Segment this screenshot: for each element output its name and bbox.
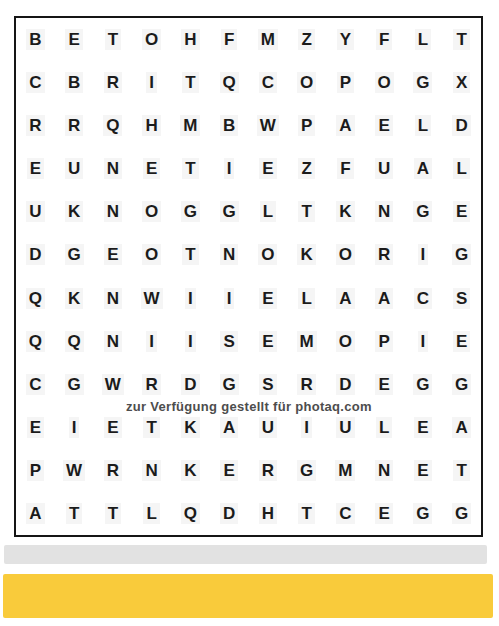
cell-r5c4: O bbox=[132, 190, 171, 233]
cell-r12c3: T bbox=[94, 492, 133, 535]
cell-r4c6: I bbox=[210, 147, 249, 190]
letter: Q bbox=[26, 288, 45, 309]
letter: T bbox=[298, 201, 314, 222]
letter: E bbox=[453, 331, 470, 352]
cell-r2c4: I bbox=[132, 61, 171, 104]
letter: R bbox=[104, 72, 122, 93]
cell-r12c8: T bbox=[287, 492, 326, 535]
cell-r11c3: R bbox=[94, 449, 133, 492]
cell-r6c12: G bbox=[442, 233, 481, 276]
cell-r6c6: N bbox=[210, 233, 249, 276]
cell-r4c1: E bbox=[16, 147, 55, 190]
cell-r9c12: G bbox=[442, 363, 481, 406]
cell-r7c1: Q bbox=[16, 276, 55, 319]
cell-r1c2: E bbox=[55, 18, 94, 61]
letter: K bbox=[297, 244, 315, 265]
letter: L bbox=[415, 115, 431, 136]
letter: O bbox=[336, 244, 355, 265]
cell-r3c2: R bbox=[55, 104, 94, 147]
letter: T bbox=[143, 417, 159, 438]
letter: O bbox=[375, 72, 394, 93]
letter: B bbox=[65, 72, 83, 93]
letter: S bbox=[259, 374, 276, 395]
letter: T bbox=[105, 503, 121, 524]
letter: P bbox=[375, 331, 392, 352]
gray-bar bbox=[4, 545, 487, 564]
letter: I bbox=[185, 331, 196, 352]
cell-r4c12: L bbox=[442, 147, 481, 190]
cell-r5c9: K bbox=[326, 190, 365, 233]
cell-r1c10: F bbox=[365, 18, 404, 61]
letter: W bbox=[141, 288, 163, 309]
cell-r7c10: A bbox=[365, 276, 404, 319]
letter: G bbox=[452, 503, 471, 524]
letter: A bbox=[220, 417, 238, 438]
letter: I bbox=[146, 331, 157, 352]
cell-r7c12: S bbox=[442, 276, 481, 319]
cell-r8c2: Q bbox=[55, 320, 94, 363]
letter: R bbox=[65, 115, 83, 136]
letter: E bbox=[259, 158, 276, 179]
cell-r10c1: E bbox=[16, 406, 55, 449]
cell-r1c4: O bbox=[132, 18, 171, 61]
letter: G bbox=[413, 201, 432, 222]
letter: U bbox=[26, 201, 44, 222]
letter: O bbox=[336, 331, 355, 352]
letter: B bbox=[220, 115, 238, 136]
cell-r5c6: G bbox=[210, 190, 249, 233]
letter: T bbox=[182, 72, 198, 93]
letter: Z bbox=[298, 29, 314, 50]
letter: A bbox=[336, 115, 354, 136]
letter: G bbox=[452, 244, 471, 265]
cell-r2c11: G bbox=[404, 61, 443, 104]
letter: Q bbox=[26, 331, 45, 352]
cell-r3c7: W bbox=[249, 104, 288, 147]
cell-r9c11: G bbox=[404, 363, 443, 406]
letter: R bbox=[104, 460, 122, 481]
letter: E bbox=[143, 158, 160, 179]
letter: G bbox=[413, 503, 432, 524]
word-search-board: BETOHFMZYFLTCBRITQCOPOGXRRQHMBWPAELDEUNE… bbox=[14, 16, 483, 537]
letter: B bbox=[26, 29, 44, 50]
cell-r3c3: Q bbox=[94, 104, 133, 147]
letter: G bbox=[413, 72, 432, 93]
cell-r11c10: N bbox=[365, 449, 404, 492]
letter: K bbox=[181, 460, 199, 481]
cell-r12c6: D bbox=[210, 492, 249, 535]
letter: E bbox=[104, 417, 121, 438]
letter: N bbox=[104, 201, 122, 222]
letter: H bbox=[259, 503, 277, 524]
letter: D bbox=[220, 503, 238, 524]
letter: C bbox=[26, 374, 44, 395]
cell-r5c5: G bbox=[171, 190, 210, 233]
letter: T bbox=[182, 244, 198, 265]
letter: G bbox=[297, 460, 316, 481]
letter: O bbox=[142, 201, 161, 222]
cell-r5c8: T bbox=[287, 190, 326, 233]
cell-r3c4: H bbox=[132, 104, 171, 147]
cell-r8c4: I bbox=[132, 320, 171, 363]
cell-r10c12: A bbox=[442, 406, 481, 449]
cell-r11c7: R bbox=[249, 449, 288, 492]
letter: E bbox=[375, 115, 392, 136]
letter: Q bbox=[65, 331, 84, 352]
letter: H bbox=[181, 29, 199, 50]
letter: E bbox=[453, 201, 470, 222]
cell-r6c1: D bbox=[16, 233, 55, 276]
letter: X bbox=[453, 72, 470, 93]
letter: R bbox=[26, 115, 44, 136]
letter: I bbox=[418, 244, 429, 265]
letter: I bbox=[418, 331, 429, 352]
letter: K bbox=[181, 417, 199, 438]
letter: E bbox=[65, 29, 82, 50]
cell-r4c9: F bbox=[326, 147, 365, 190]
cell-r1c5: H bbox=[171, 18, 210, 61]
cell-r2c12: X bbox=[442, 61, 481, 104]
letter: N bbox=[375, 460, 393, 481]
cell-r6c10: R bbox=[365, 233, 404, 276]
cell-r12c7: H bbox=[249, 492, 288, 535]
cell-r11c5: K bbox=[171, 449, 210, 492]
cell-r6c4: O bbox=[132, 233, 171, 276]
cell-r8c11: I bbox=[404, 320, 443, 363]
cell-r5c1: U bbox=[16, 190, 55, 233]
cell-r9c2: G bbox=[55, 363, 94, 406]
letter: U bbox=[259, 417, 277, 438]
letter: R bbox=[142, 374, 160, 395]
cell-r8c8: M bbox=[287, 320, 326, 363]
letter: A bbox=[26, 503, 44, 524]
letter: A bbox=[375, 288, 393, 309]
letter: D bbox=[181, 374, 199, 395]
letter: G bbox=[220, 201, 239, 222]
cell-r6c3: E bbox=[94, 233, 133, 276]
cell-r11c6: E bbox=[210, 449, 249, 492]
letter: T bbox=[182, 158, 198, 179]
letter: E bbox=[375, 503, 392, 524]
letter: A bbox=[452, 417, 470, 438]
letter: E bbox=[259, 331, 276, 352]
cell-r11c2: W bbox=[55, 449, 94, 492]
letter: G bbox=[181, 201, 200, 222]
cell-r4c10: U bbox=[365, 147, 404, 190]
cell-r11c8: G bbox=[287, 449, 326, 492]
cell-r5c7: L bbox=[249, 190, 288, 233]
letter: U bbox=[375, 158, 393, 179]
letter: H bbox=[142, 115, 160, 136]
cell-r1c1: B bbox=[16, 18, 55, 61]
cell-r4c5: T bbox=[171, 147, 210, 190]
letter: M bbox=[180, 115, 200, 136]
letter: N bbox=[104, 288, 122, 309]
letter: I bbox=[224, 288, 235, 309]
cell-r1c12: T bbox=[442, 18, 481, 61]
cell-r2c9: P bbox=[326, 61, 365, 104]
cell-r5c10: N bbox=[365, 190, 404, 233]
cell-r3c5: M bbox=[171, 104, 210, 147]
letter: C bbox=[414, 288, 432, 309]
letter: T bbox=[298, 503, 314, 524]
cell-r7c9: A bbox=[326, 276, 365, 319]
cell-r12c10: E bbox=[365, 492, 404, 535]
letter: O bbox=[258, 244, 277, 265]
cell-r12c9: C bbox=[326, 492, 365, 535]
cell-r3c10: E bbox=[365, 104, 404, 147]
cell-r12c11: G bbox=[404, 492, 443, 535]
cell-r2c1: C bbox=[16, 61, 55, 104]
cell-r11c4: N bbox=[132, 449, 171, 492]
cell-r4c7: E bbox=[249, 147, 288, 190]
cell-r7c7: E bbox=[249, 276, 288, 319]
letter: I bbox=[301, 417, 312, 438]
cell-r8c5: I bbox=[171, 320, 210, 363]
cell-r7c6: I bbox=[210, 276, 249, 319]
cell-r7c5: I bbox=[171, 276, 210, 319]
cell-r11c12: T bbox=[442, 449, 481, 492]
letter: R bbox=[297, 374, 315, 395]
letter: S bbox=[453, 288, 470, 309]
cell-r9c1: C bbox=[16, 363, 55, 406]
letter: P bbox=[337, 72, 354, 93]
letter: E bbox=[104, 244, 121, 265]
letter: M bbox=[297, 331, 317, 352]
letter-grid: BETOHFMZYFLTCBRITQCOPOGXRRQHMBWPAELDEUNE… bbox=[16, 18, 481, 535]
letter: Z bbox=[298, 158, 314, 179]
letter: G bbox=[65, 244, 84, 265]
cell-r5c11: G bbox=[404, 190, 443, 233]
cell-r7c4: W bbox=[132, 276, 171, 319]
cell-r8c7: E bbox=[249, 320, 288, 363]
letter: W bbox=[257, 115, 279, 136]
cell-r6c9: O bbox=[326, 233, 365, 276]
cell-r8c6: S bbox=[210, 320, 249, 363]
letter: Y bbox=[337, 29, 354, 50]
cell-r5c3: N bbox=[94, 190, 133, 233]
letter: C bbox=[259, 72, 277, 93]
letter: G bbox=[65, 374, 84, 395]
letter: O bbox=[297, 72, 316, 93]
letter: A bbox=[414, 158, 432, 179]
letter: A bbox=[336, 288, 354, 309]
letter: I bbox=[146, 72, 157, 93]
letter: L bbox=[298, 288, 314, 309]
letter: C bbox=[26, 72, 44, 93]
cell-r12c2: T bbox=[55, 492, 94, 535]
letter: U bbox=[336, 417, 354, 438]
cell-r3c6: B bbox=[210, 104, 249, 147]
cell-r5c2: K bbox=[55, 190, 94, 233]
letter: L bbox=[260, 201, 276, 222]
cell-r4c3: N bbox=[94, 147, 133, 190]
letter: E bbox=[414, 460, 431, 481]
cell-r8c1: Q bbox=[16, 320, 55, 363]
letter: M bbox=[258, 29, 278, 50]
letter: R bbox=[259, 460, 277, 481]
letter: O bbox=[142, 29, 161, 50]
letter: I bbox=[185, 288, 196, 309]
letter: Q bbox=[181, 503, 200, 524]
letter: P bbox=[27, 460, 44, 481]
cell-r2c2: B bbox=[55, 61, 94, 104]
cell-r3c11: L bbox=[404, 104, 443, 147]
letter: N bbox=[104, 331, 122, 352]
letter: E bbox=[220, 460, 237, 481]
letter: D bbox=[26, 244, 44, 265]
cell-r4c8: Z bbox=[287, 147, 326, 190]
cell-r8c3: N bbox=[94, 320, 133, 363]
letter: W bbox=[102, 374, 124, 395]
letter: E bbox=[414, 417, 431, 438]
cell-r11c9: M bbox=[326, 449, 365, 492]
letter: N bbox=[142, 460, 160, 481]
letter: E bbox=[259, 288, 276, 309]
cell-r1c9: Y bbox=[326, 18, 365, 61]
cell-r1c11: L bbox=[404, 18, 443, 61]
letter: U bbox=[65, 158, 83, 179]
photaq-watermark: zur Verfügung gestellt für photaq.com bbox=[126, 399, 372, 414]
cell-r6c11: I bbox=[404, 233, 443, 276]
yellow-bar bbox=[3, 574, 493, 618]
letter: O bbox=[142, 244, 161, 265]
cell-r1c8: Z bbox=[287, 18, 326, 61]
letter: K bbox=[65, 288, 83, 309]
letter: F bbox=[337, 158, 353, 179]
cell-r7c8: L bbox=[287, 276, 326, 319]
letter: I bbox=[69, 417, 80, 438]
letter: T bbox=[105, 29, 121, 50]
letter: F bbox=[376, 29, 392, 50]
cell-r11c1: P bbox=[16, 449, 55, 492]
letter: Q bbox=[220, 72, 239, 93]
letter: I bbox=[224, 158, 235, 179]
letter: R bbox=[375, 244, 393, 265]
letter: K bbox=[65, 201, 83, 222]
letter: P bbox=[298, 115, 315, 136]
letter: N bbox=[220, 244, 238, 265]
cell-r3c1: R bbox=[16, 104, 55, 147]
cell-r4c4: E bbox=[132, 147, 171, 190]
letter: L bbox=[143, 503, 159, 524]
cell-r12c12: G bbox=[442, 492, 481, 535]
letter: W bbox=[63, 460, 85, 481]
cell-r2c7: C bbox=[249, 61, 288, 104]
cell-r7c2: K bbox=[55, 276, 94, 319]
cell-r1c3: T bbox=[94, 18, 133, 61]
letter: K bbox=[336, 201, 354, 222]
cell-r4c11: A bbox=[404, 147, 443, 190]
cell-r8c10: P bbox=[365, 320, 404, 363]
letter: D bbox=[452, 115, 470, 136]
letter: G bbox=[413, 374, 432, 395]
letter: G bbox=[220, 374, 239, 395]
letter: G bbox=[452, 374, 471, 395]
cell-r2c6: Q bbox=[210, 61, 249, 104]
letter: L bbox=[376, 417, 392, 438]
cell-r1c6: F bbox=[210, 18, 249, 61]
cell-r2c8: O bbox=[287, 61, 326, 104]
cell-r3c8: P bbox=[287, 104, 326, 147]
letter: T bbox=[453, 460, 469, 481]
cell-r8c12: E bbox=[442, 320, 481, 363]
cell-r3c9: A bbox=[326, 104, 365, 147]
letter: T bbox=[66, 503, 82, 524]
letter: L bbox=[415, 29, 431, 50]
letter: M bbox=[335, 460, 355, 481]
cell-r8c9: O bbox=[326, 320, 365, 363]
cell-r4c2: U bbox=[55, 147, 94, 190]
cell-r2c5: T bbox=[171, 61, 210, 104]
cell-r6c7: O bbox=[249, 233, 288, 276]
cell-r10c2: I bbox=[55, 406, 94, 449]
cell-r5c12: E bbox=[442, 190, 481, 233]
letter: E bbox=[27, 417, 44, 438]
cell-r7c11: C bbox=[404, 276, 443, 319]
letter: Q bbox=[103, 115, 122, 136]
letter: S bbox=[220, 331, 237, 352]
cell-r12c1: A bbox=[16, 492, 55, 535]
letter: D bbox=[336, 374, 354, 395]
letter: N bbox=[104, 158, 122, 179]
cell-r12c4: L bbox=[132, 492, 171, 535]
letter: E bbox=[27, 158, 44, 179]
letter: C bbox=[336, 503, 354, 524]
cell-r2c10: O bbox=[365, 61, 404, 104]
cell-r7c3: N bbox=[94, 276, 133, 319]
cell-r3c12: D bbox=[442, 104, 481, 147]
cell-r1c7: M bbox=[249, 18, 288, 61]
cell-r10c11: E bbox=[404, 406, 443, 449]
letter: L bbox=[453, 158, 469, 179]
cell-r6c2: G bbox=[55, 233, 94, 276]
cell-r2c3: R bbox=[94, 61, 133, 104]
cell-r11c11: E bbox=[404, 449, 443, 492]
cell-r6c8: K bbox=[287, 233, 326, 276]
letter: N bbox=[375, 201, 393, 222]
letter: T bbox=[453, 29, 469, 50]
letter: F bbox=[221, 29, 237, 50]
cell-r12c5: Q bbox=[171, 492, 210, 535]
letter: E bbox=[375, 374, 392, 395]
cell-r6c5: T bbox=[171, 233, 210, 276]
